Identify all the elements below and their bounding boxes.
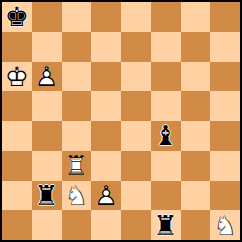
square-f2[interactable]	[151, 181, 181, 211]
square-b7[interactable]	[32, 32, 62, 62]
square-d6[interactable]	[91, 62, 121, 92]
square-h3[interactable]	[210, 151, 240, 181]
square-f3[interactable]	[151, 151, 181, 181]
square-a2[interactable]	[2, 181, 32, 211]
square-h2[interactable]	[210, 181, 240, 211]
square-d8[interactable]	[91, 2, 121, 32]
square-g6[interactable]	[181, 62, 211, 92]
square-f8[interactable]	[151, 2, 181, 32]
piece-black-bishop[interactable]: ♝	[151, 121, 181, 151]
piece-black-king[interactable]: ♚	[2, 2, 32, 32]
square-g8[interactable]	[181, 2, 211, 32]
square-d3[interactable]	[91, 151, 121, 181]
piece-white-king-fill: ♚	[2, 62, 32, 92]
square-e8[interactable]	[121, 2, 151, 32]
square-c2[interactable]: ♞♘	[62, 181, 92, 211]
square-d7[interactable]	[91, 32, 121, 62]
square-c5[interactable]	[62, 91, 92, 121]
piece-white-rook[interactable]: ♖	[62, 151, 92, 181]
square-g5[interactable]	[181, 91, 211, 121]
square-g7[interactable]	[181, 32, 211, 62]
piece-white-knight[interactable]: ♘	[210, 210, 240, 240]
piece-white-pawn[interactable]: ♙	[91, 181, 121, 211]
square-d4[interactable]	[91, 121, 121, 151]
square-c7[interactable]	[62, 32, 92, 62]
square-g1[interactable]	[181, 210, 211, 240]
square-g3[interactable]	[181, 151, 211, 181]
piece-white-pawn[interactable]: ♙	[32, 62, 62, 92]
square-d5[interactable]	[91, 91, 121, 121]
square-a7[interactable]	[2, 32, 32, 62]
square-f6[interactable]	[151, 62, 181, 92]
piece-black-rook[interactable]: ♜	[151, 210, 181, 240]
square-b6[interactable]: ♟♙	[32, 62, 62, 92]
square-b1[interactable]	[32, 210, 62, 240]
square-c6[interactable]	[62, 62, 92, 92]
piece-black-rook[interactable]: ♜	[32, 181, 62, 211]
piece-white-king[interactable]: ♔	[2, 62, 32, 92]
square-e4[interactable]	[121, 121, 151, 151]
square-d2[interactable]: ♟♙	[91, 181, 121, 211]
square-e2[interactable]	[121, 181, 151, 211]
square-a4[interactable]	[2, 121, 32, 151]
square-e5[interactable]	[121, 91, 151, 121]
square-f1[interactable]: ♜	[151, 210, 181, 240]
square-b4[interactable]	[32, 121, 62, 151]
square-c8[interactable]	[62, 2, 92, 32]
piece-white-pawn-fill: ♟	[91, 181, 121, 211]
piece-white-pawn-fill: ♟	[32, 62, 62, 92]
square-c1[interactable]	[62, 210, 92, 240]
chess-board: ♚♚♔♟♙♝♜♖♜♞♘♟♙♜♞♘	[0, 0, 242, 242]
square-e6[interactable]	[121, 62, 151, 92]
square-h1[interactable]: ♞♘	[210, 210, 240, 240]
square-c4[interactable]	[62, 121, 92, 151]
square-a1[interactable]	[2, 210, 32, 240]
square-h8[interactable]	[210, 2, 240, 32]
square-a8[interactable]: ♚	[2, 2, 32, 32]
square-d1[interactable]	[91, 210, 121, 240]
square-b5[interactable]	[32, 91, 62, 121]
piece-white-knight-fill: ♞	[210, 210, 240, 240]
square-e3[interactable]	[121, 151, 151, 181]
square-c3[interactable]: ♜♖	[62, 151, 92, 181]
square-a6[interactable]: ♚♔	[2, 62, 32, 92]
square-h7[interactable]	[210, 32, 240, 62]
square-e1[interactable]	[121, 210, 151, 240]
square-a5[interactable]	[2, 91, 32, 121]
piece-white-rook-fill: ♜	[62, 151, 92, 181]
square-g2[interactable]	[181, 181, 211, 211]
piece-white-knight[interactable]: ♘	[62, 181, 92, 211]
square-e7[interactable]	[121, 32, 151, 62]
square-h6[interactable]	[210, 62, 240, 92]
square-b8[interactable]	[32, 2, 62, 32]
square-g4[interactable]	[181, 121, 211, 151]
square-h4[interactable]	[210, 121, 240, 151]
square-f4[interactable]: ♝	[151, 121, 181, 151]
square-h5[interactable]	[210, 91, 240, 121]
piece-white-knight-fill: ♞	[62, 181, 92, 211]
square-f5[interactable]	[151, 91, 181, 121]
square-b2[interactable]: ♜	[32, 181, 62, 211]
square-b3[interactable]	[32, 151, 62, 181]
square-a3[interactable]	[2, 151, 32, 181]
square-f7[interactable]	[151, 32, 181, 62]
